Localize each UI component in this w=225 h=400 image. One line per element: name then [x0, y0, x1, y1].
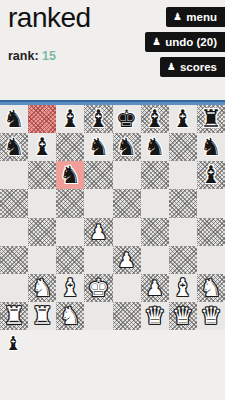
square-b1[interactable]: ♜ — [28, 302, 56, 330]
square-g2[interactable]: ♝ — [169, 274, 197, 302]
square-c2[interactable]: ♝ — [56, 274, 84, 302]
menu-button[interactable]: ♟ menu — [166, 7, 225, 27]
square-d8[interactable]: ♝ — [84, 105, 112, 133]
square-h1[interactable]: ♛ — [197, 302, 225, 330]
square-c1[interactable]: ♞ — [56, 302, 84, 330]
square-c7[interactable] — [56, 133, 84, 161]
white-queen[interactable]: ♛ — [144, 302, 166, 330]
white-pawn[interactable]: ♟ — [146, 274, 164, 302]
square-a1[interactable]: ♜ — [0, 302, 28, 330]
square-h6[interactable]: ♝ — [197, 161, 225, 189]
black-knight[interactable]: ♞ — [60, 161, 82, 189]
square-c8[interactable]: ♝ — [56, 105, 84, 133]
square-d1[interactable] — [84, 302, 112, 330]
square-g8[interactable]: ♝ — [169, 105, 197, 133]
white-bishop[interactable]: ♝ — [172, 274, 194, 302]
square-h7[interactable]: ♞ — [197, 133, 225, 161]
black-knight[interactable]: ♞ — [88, 133, 110, 161]
black-king[interactable]: ♚ — [116, 105, 138, 133]
black-knight[interactable]: ♞ — [116, 133, 138, 161]
square-b8[interactable] — [28, 105, 56, 133]
black-bishop[interactable]: ♝ — [60, 105, 82, 133]
square-h5[interactable] — [197, 189, 225, 217]
rank-indicator: rank: 15 — [8, 49, 56, 63]
black-knight[interactable]: ♞ — [200, 133, 222, 161]
rank-value: 15 — [42, 49, 56, 63]
pawn-icon: ♟ — [167, 62, 176, 72]
black-knight[interactable]: ♞ — [3, 105, 25, 133]
header-buttons: ♟ menu ♟ undo (20) ♟ scores — [145, 7, 225, 77]
square-d3[interactable] — [84, 246, 112, 274]
black-bishop[interactable]: ♝ — [200, 161, 222, 189]
captured-pieces-tray: ♝ — [5, 331, 22, 355]
captured-black-bishop: ♝ — [5, 331, 22, 355]
chess-board: ♞♝♝♚♝♝♜♞♝♞♞♞♞♞♝♟♟♞♝♚♟♝♞♜♜♞♛♛♛ — [0, 105, 225, 330]
black-knight[interactable]: ♞ — [144, 133, 166, 161]
square-h3[interactable] — [197, 246, 225, 274]
white-queen[interactable]: ♛ — [200, 302, 222, 330]
square-b2[interactable]: ♞ — [28, 274, 56, 302]
square-d2[interactable]: ♚ — [84, 274, 112, 302]
square-g3[interactable] — [169, 246, 197, 274]
square-a8[interactable]: ♞ — [0, 105, 28, 133]
square-g6[interactable] — [169, 161, 197, 189]
black-knight[interactable]: ♞ — [3, 133, 25, 161]
white-pawn[interactable]: ♟ — [89, 218, 107, 246]
square-a2[interactable] — [0, 274, 28, 302]
square-g7[interactable] — [169, 133, 197, 161]
pawn-icon: ♟ — [173, 12, 182, 22]
white-rook[interactable]: ♜ — [3, 302, 25, 330]
square-b5[interactable] — [28, 189, 56, 217]
square-c3[interactable] — [56, 246, 84, 274]
white-rook[interactable]: ♜ — [31, 302, 53, 330]
scores-button[interactable]: ♟ scores — [160, 57, 225, 77]
square-f3[interactable] — [141, 246, 169, 274]
square-e6[interactable] — [113, 161, 141, 189]
square-d7[interactable]: ♞ — [84, 133, 112, 161]
square-g5[interactable] — [169, 189, 197, 217]
square-a6[interactable] — [0, 161, 28, 189]
square-f7[interactable]: ♞ — [141, 133, 169, 161]
white-knight[interactable]: ♞ — [200, 274, 222, 302]
square-c5[interactable] — [56, 189, 84, 217]
square-e7[interactable]: ♞ — [113, 133, 141, 161]
undo-button-label: undo (20) — [165, 36, 217, 48]
square-b7[interactable]: ♝ — [28, 133, 56, 161]
square-e8[interactable]: ♚ — [113, 105, 141, 133]
black-bishop[interactable]: ♝ — [144, 105, 166, 133]
square-f8[interactable]: ♝ — [141, 105, 169, 133]
white-king[interactable]: ♚ — [88, 274, 110, 302]
square-c6[interactable]: ♞ — [56, 161, 84, 189]
square-a5[interactable] — [0, 189, 28, 217]
white-knight[interactable]: ♞ — [31, 274, 53, 302]
square-e3[interactable]: ♟ — [113, 246, 141, 274]
pawn-icon: ♟ — [152, 37, 161, 47]
square-h8[interactable]: ♜ — [197, 105, 225, 133]
square-f5[interactable] — [141, 189, 169, 217]
square-f2[interactable]: ♟ — [141, 274, 169, 302]
undo-button[interactable]: ♟ undo (20) — [145, 32, 225, 52]
square-f1[interactable]: ♛ — [141, 302, 169, 330]
square-e4[interactable] — [113, 218, 141, 246]
square-a7[interactable]: ♞ — [0, 133, 28, 161]
square-d4[interactable]: ♟ — [84, 218, 112, 246]
page-title: ranked — [8, 2, 91, 34]
square-e2[interactable] — [113, 274, 141, 302]
square-h4[interactable] — [197, 218, 225, 246]
white-queen[interactable]: ♛ — [172, 302, 194, 330]
square-e5[interactable] — [113, 189, 141, 217]
square-a3[interactable] — [0, 246, 28, 274]
square-a4[interactable] — [0, 218, 28, 246]
white-bishop[interactable]: ♝ — [60, 274, 82, 302]
black-bishop[interactable]: ♝ — [172, 105, 194, 133]
square-e1[interactable] — [113, 302, 141, 330]
white-pawn[interactable]: ♟ — [118, 246, 136, 274]
black-bishop[interactable]: ♝ — [88, 105, 110, 133]
square-b6[interactable] — [28, 161, 56, 189]
square-g1[interactable]: ♛ — [169, 302, 197, 330]
square-f6[interactable] — [141, 161, 169, 189]
square-d5[interactable] — [84, 189, 112, 217]
square-b3[interactable] — [28, 246, 56, 274]
scores-button-label: scores — [180, 61, 217, 73]
black-bishop[interactable]: ♝ — [31, 133, 53, 161]
black-rook[interactable]: ♜ — [200, 105, 222, 133]
menu-button-label: menu — [186, 11, 217, 23]
square-f4[interactable] — [141, 218, 169, 246]
square-h2[interactable]: ♞ — [197, 274, 225, 302]
square-c4[interactable] — [56, 218, 84, 246]
rank-label: rank: — [8, 49, 39, 63]
square-d6[interactable] — [84, 161, 112, 189]
square-g4[interactable] — [169, 218, 197, 246]
white-knight[interactable]: ♞ — [60, 302, 82, 330]
square-b4[interactable] — [28, 218, 56, 246]
